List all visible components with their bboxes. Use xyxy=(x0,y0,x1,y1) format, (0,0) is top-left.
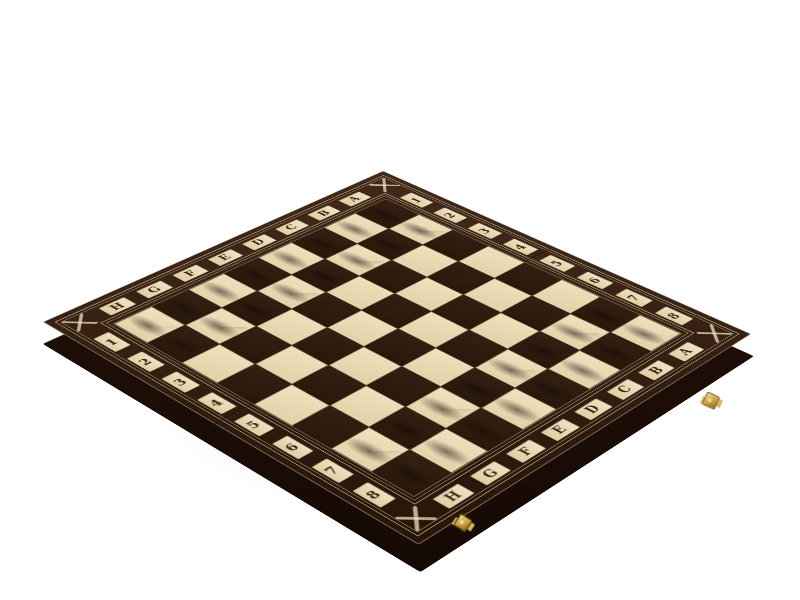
coordinate-glyph: 2 xyxy=(137,357,155,367)
rank-label-4: 4 xyxy=(197,392,238,415)
coordinate-glyph: 4 xyxy=(207,398,226,409)
piece-black-pawn-h2[interactable]: ♟ xyxy=(64,258,294,354)
coordinate-glyph: 8 xyxy=(364,489,385,501)
coordinate-glyph: 3 xyxy=(171,377,190,387)
square-h2[interactable]: ♟ xyxy=(147,325,219,363)
chess-set-photo: ♜♟♟♜♞♟♟♞♝♟♟♝♛♟♟♛♚♟♟♚♝♟♟♝♞♟♟♞♜♟♟♜ 1234567… xyxy=(0,0,800,600)
square-h8[interactable]: ♜ xyxy=(372,450,452,496)
rank-label-8: 8 xyxy=(352,482,396,508)
rank-label-2: 2 xyxy=(126,351,165,372)
piece-white-rook-h8[interactable]: ♜ xyxy=(278,357,534,483)
rank-label-3: 3 xyxy=(161,371,201,393)
file-label-H: H xyxy=(432,483,475,509)
coordinate-glyph: H xyxy=(442,489,466,503)
corner-inlay-cross xyxy=(395,506,438,532)
